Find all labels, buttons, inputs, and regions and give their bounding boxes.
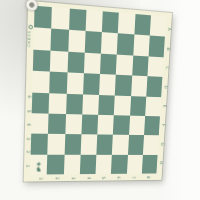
square-r2c2	[51, 29, 69, 52]
brand-logo-icon	[29, 25, 33, 29]
square-r5c5	[98, 95, 115, 116]
square-r3c1	[33, 49, 51, 71]
square-r7c8	[143, 135, 159, 154]
square-r1c5	[102, 11, 119, 33]
coordinate-label: 5	[26, 109, 31, 112]
square-r6c7	[129, 115, 145, 135]
coordinate-label: 5	[101, 176, 105, 179]
square-r7c4	[80, 134, 97, 154]
square-r4c8	[146, 76, 162, 96]
square-r8c4	[80, 154, 97, 174]
coordinate-label: F	[160, 124, 164, 127]
square-r6c2	[48, 114, 65, 135]
coordinate-label: G	[159, 142, 163, 145]
square-r8c2	[47, 154, 64, 174]
coordinate-label: 6	[26, 95, 31, 98]
square-r1c4	[85, 10, 102, 33]
square-r1c2	[51, 7, 69, 30]
square-r6c8	[144, 116, 160, 136]
coordinate-label: E	[162, 105, 166, 108]
corner-brand-emblem-icon: ◈♞	[32, 161, 45, 173]
square-r3c8	[147, 56, 163, 77]
square-r8c3	[63, 154, 80, 174]
coordinate-label: H	[158, 161, 162, 164]
square-r3c3	[67, 51, 84, 73]
square-r3c6	[116, 54, 133, 75]
coordinate-label: C	[164, 66, 168, 69]
square-r1c8	[150, 15, 167, 37]
square-r4c3	[66, 73, 83, 94]
coordinate-label: 8	[145, 176, 149, 179]
square-r4c7	[131, 76, 148, 97]
coordinate-label: 4	[85, 177, 90, 180]
square-r5c6	[114, 95, 131, 115]
photo-scene: { "game": "chess", "scene": { "descripti…	[0, 0, 200, 200]
square-r8c8	[142, 155, 158, 174]
coordinate-labels-bottom: 12345678	[32, 174, 155, 181]
square-r8c5	[96, 154, 113, 174]
chessboard: ◈♞ 12345678 ABCDEFGH 654321 CHESS	[24, 1, 172, 182]
square-r3c4	[84, 52, 101, 74]
square-r2c6	[117, 34, 134, 56]
square-r4c5	[99, 74, 116, 95]
coordinate-label: 1	[38, 177, 43, 180]
square-r2c5	[101, 32, 118, 54]
coordinate-label: 3	[25, 137, 30, 140]
square-r1c3	[69, 9, 87, 32]
square-r8c7	[126, 155, 142, 174]
square-r5c1	[32, 92, 50, 113]
chess-grid: ◈♞	[30, 6, 166, 175]
coordinate-label: 1	[24, 164, 29, 167]
square-r1c7	[134, 14, 151, 36]
coordinate-label: 6	[116, 176, 120, 179]
coordinate-label: 4	[25, 123, 30, 126]
square-r4c1	[32, 71, 50, 93]
coordinate-label: 7	[131, 176, 135, 179]
square-r5c3	[66, 93, 83, 114]
square-r6c4	[81, 114, 98, 134]
square-r7c2	[48, 134, 65, 154]
square-r2c3	[68, 30, 86, 52]
square-r5c2	[49, 93, 66, 114]
square-r7c3	[64, 134, 81, 154]
square-r8c6	[111, 154, 127, 173]
square-r4c2	[49, 72, 67, 94]
coordinate-label: 2	[25, 151, 30, 154]
square-r3c7	[132, 55, 149, 76]
square-r3c2	[50, 50, 68, 72]
coordinate-label: D	[163, 86, 167, 90]
coordinate-label: B	[165, 47, 169, 50]
square-r6c1	[31, 113, 49, 134]
square-r2c1	[33, 28, 51, 51]
square-r7c5	[96, 135, 113, 155]
square-r7c7	[128, 135, 144, 154]
square-r4c4	[83, 73, 100, 94]
square-r7c6	[112, 135, 128, 155]
vinyl-board: ◈♞ 12345678 ABCDEFGH 654321 CHESS	[24, 1, 172, 182]
square-r8c1: ◈♞	[30, 154, 47, 174]
coordinate-label: 2	[54, 177, 59, 180]
coordinate-label: A	[166, 27, 170, 30]
square-r2c7	[133, 35, 150, 56]
square-r4c6	[115, 75, 132, 96]
brand-text: CHESS	[28, 30, 32, 47]
square-r3c5	[100, 53, 117, 74]
square-r1c6	[118, 13, 135, 35]
square-r2c4	[84, 31, 101, 53]
square-r6c6	[113, 115, 130, 135]
square-r1c1	[34, 6, 52, 29]
square-r5c8	[145, 96, 161, 116]
coordinate-label: 3	[70, 177, 75, 180]
square-r5c7	[130, 96, 146, 116]
square-r7c1	[31, 134, 49, 155]
brand-imprint: CHESS	[27, 25, 34, 64]
square-r6c5	[97, 115, 114, 135]
square-r5c4	[82, 94, 99, 115]
square-r2c8	[148, 36, 165, 57]
square-r6c3	[65, 114, 82, 135]
